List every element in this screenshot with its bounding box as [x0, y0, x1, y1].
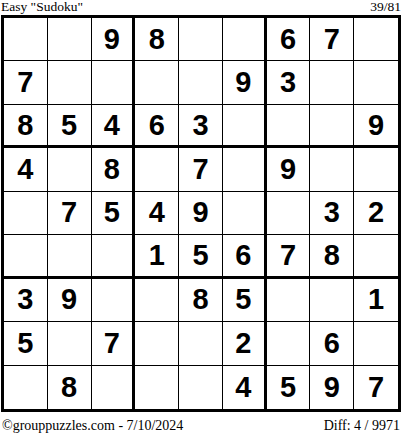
cell-r7c2[interactable]: 9 [48, 279, 92, 322]
cell-r5c2[interactable]: 7 [48, 192, 92, 235]
page-header: Easy "Sudoku" 39/81 [0, 0, 402, 15]
cell-r2c2[interactable] [48, 61, 92, 104]
cell-r2c7[interactable]: 3 [267, 61, 311, 104]
cell-r6c3[interactable] [92, 235, 136, 278]
cell-r4c2[interactable] [48, 148, 92, 191]
cell-r9c6[interactable]: 4 [223, 366, 267, 409]
cell-r3c3[interactable]: 4 [92, 105, 136, 148]
cell-r1c1[interactable] [4, 18, 48, 61]
cell-r3c2[interactable]: 5 [48, 105, 92, 148]
cell-r5c5[interactable]: 9 [179, 192, 223, 235]
cell-r7c7[interactable] [267, 279, 311, 322]
cell-r4c8[interactable] [310, 148, 354, 191]
cell-r9c1[interactable] [4, 366, 48, 409]
cell-r1c3[interactable]: 9 [92, 18, 136, 61]
cell-r5c4[interactable]: 4 [135, 192, 179, 235]
difficulty-text: Diff: 4 / 9971 [324, 418, 400, 434]
cell-r8c8[interactable]: 6 [310, 322, 354, 365]
sudoku-board: 9867793854639487975493215678398515726845… [1, 15, 401, 412]
cell-r2c9[interactable] [354, 61, 398, 104]
cell-r9c3[interactable] [92, 366, 136, 409]
cell-r8c7[interactable] [267, 322, 311, 365]
cell-r6c4[interactable]: 1 [135, 235, 179, 278]
cell-r4c9[interactable] [354, 148, 398, 191]
cell-r5c1[interactable] [4, 192, 48, 235]
cell-r1c6[interactable] [223, 18, 267, 61]
cell-r5c6[interactable] [223, 192, 267, 235]
cell-r4c6[interactable] [223, 148, 267, 191]
cell-r3c6[interactable] [223, 105, 267, 148]
cell-r6c7[interactable]: 7 [267, 235, 311, 278]
cell-r2c8[interactable] [310, 61, 354, 104]
cell-r3c9[interactable]: 9 [354, 105, 398, 148]
cell-r4c4[interactable] [135, 148, 179, 191]
cell-r1c8[interactable]: 7 [310, 18, 354, 61]
puzzle-counter: 39/81 [370, 0, 401, 14]
cell-r1c5[interactable] [179, 18, 223, 61]
cell-r8c2[interactable] [48, 322, 92, 365]
cell-r8c9[interactable] [354, 322, 398, 365]
cell-r9c4[interactable] [135, 366, 179, 409]
cell-r2c1[interactable]: 7 [4, 61, 48, 104]
cell-r1c2[interactable] [48, 18, 92, 61]
cell-r5c9[interactable]: 2 [354, 192, 398, 235]
cell-r4c3[interactable]: 8 [92, 148, 136, 191]
cell-r2c3[interactable] [92, 61, 136, 104]
cell-r9c2[interactable]: 8 [48, 366, 92, 409]
cell-r3c7[interactable] [267, 105, 311, 148]
cell-r7c5[interactable]: 8 [179, 279, 223, 322]
cell-r3c4[interactable]: 6 [135, 105, 179, 148]
cell-r8c3[interactable]: 7 [92, 322, 136, 365]
puzzle-title: Easy "Sudoku" [1, 0, 83, 14]
cell-r6c9[interactable] [354, 235, 398, 278]
cell-r9c9[interactable]: 7 [354, 366, 398, 409]
cell-r2c6[interactable]: 9 [223, 61, 267, 104]
cell-r7c9[interactable]: 1 [354, 279, 398, 322]
copyright-text: ©grouppuzzles.com - 7/10/2024 [2, 418, 183, 434]
cell-r2c4[interactable] [135, 61, 179, 104]
sudoku-page: Easy "Sudoku" 39/81 98677938546394879754… [0, 0, 402, 437]
cell-r8c5[interactable] [179, 322, 223, 365]
cell-r8c4[interactable] [135, 322, 179, 365]
cell-r3c1[interactable]: 8 [4, 105, 48, 148]
cell-r9c7[interactable]: 5 [267, 366, 311, 409]
cell-r1c4[interactable]: 8 [135, 18, 179, 61]
cell-r7c8[interactable] [310, 279, 354, 322]
cell-r4c7[interactable]: 9 [267, 148, 311, 191]
cell-r7c3[interactable] [92, 279, 136, 322]
cell-r1c9[interactable] [354, 18, 398, 61]
cell-r3c5[interactable]: 3 [179, 105, 223, 148]
cell-r8c1[interactable]: 5 [4, 322, 48, 365]
cell-r7c1[interactable]: 3 [4, 279, 48, 322]
cell-r6c8[interactable]: 8 [310, 235, 354, 278]
cell-r5c8[interactable]: 3 [310, 192, 354, 235]
cell-r7c4[interactable] [135, 279, 179, 322]
cell-r8c6[interactable]: 2 [223, 322, 267, 365]
cell-r5c7[interactable] [267, 192, 311, 235]
cell-r6c6[interactable]: 6 [223, 235, 267, 278]
cell-r9c5[interactable] [179, 366, 223, 409]
page-footer: ©grouppuzzles.com - 7/10/2024 Diff: 4 / … [0, 417, 402, 435]
cell-r4c1[interactable]: 4 [4, 148, 48, 191]
cell-r9c8[interactable]: 9 [310, 366, 354, 409]
cell-r6c1[interactable] [4, 235, 48, 278]
cell-r4c5[interactable]: 7 [179, 148, 223, 191]
cell-r1c7[interactable]: 6 [267, 18, 311, 61]
cell-r5c3[interactable]: 5 [92, 192, 136, 235]
cell-r6c2[interactable] [48, 235, 92, 278]
cell-r6c5[interactable]: 5 [179, 235, 223, 278]
cell-r3c8[interactable] [310, 105, 354, 148]
cell-r2c5[interactable] [179, 61, 223, 104]
cell-r7c6[interactable]: 5 [223, 279, 267, 322]
